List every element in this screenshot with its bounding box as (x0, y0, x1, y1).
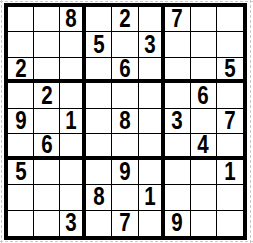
cell-r5c3[interactable]: 1 (60, 109, 86, 134)
cell-r3c1[interactable]: 2 (8, 58, 34, 83)
cell-r9c1[interactable] (8, 211, 34, 236)
cell-r1c4[interactable] (86, 7, 112, 32)
cell-r4c6[interactable] (139, 83, 165, 108)
cell-r3c5[interactable]: 6 (112, 58, 138, 83)
sudoku-board: 8275326526918376459181379 (4, 3, 247, 240)
cell-r6c6[interactable] (139, 134, 165, 159)
cell-r1c7[interactable]: 7 (165, 7, 191, 32)
cell-r6c2[interactable]: 6 (34, 134, 60, 159)
cell-r1c1[interactable] (8, 7, 34, 32)
cell-r3c6[interactable] (139, 58, 165, 83)
cell-r9c9[interactable] (217, 211, 243, 236)
cell-r2c2[interactable] (34, 32, 60, 57)
spreadsheet-gridline-left (1, 0, 2, 243)
cell-r4c1[interactable] (8, 83, 34, 108)
cell-r2c1[interactable] (8, 32, 34, 57)
cell-r6c3[interactable] (60, 134, 86, 159)
cell-r2c9[interactable] (217, 32, 243, 57)
cell-r1c9[interactable] (217, 7, 243, 32)
cell-r4c3[interactable] (60, 83, 86, 108)
cell-r7c7[interactable] (165, 160, 191, 185)
given-digit: 6 (41, 134, 52, 158)
cell-r1c8[interactable] (191, 7, 217, 32)
cell-r9c6[interactable] (139, 211, 165, 236)
cell-r4c8[interactable]: 6 (191, 83, 217, 108)
cell-r5c1[interactable]: 9 (8, 109, 34, 134)
cell-r6c4[interactable] (86, 134, 112, 159)
given-digit: 5 (15, 160, 26, 185)
given-digit: 6 (198, 83, 209, 108)
cell-r9c4[interactable] (86, 211, 112, 236)
cell-r1c6[interactable] (139, 7, 165, 32)
cell-r6c7[interactable] (165, 134, 191, 159)
cell-r1c5[interactable]: 2 (112, 7, 138, 32)
given-digit: 7 (172, 7, 183, 32)
cell-r8c9[interactable] (217, 185, 243, 210)
cell-r7c5[interactable]: 9 (112, 160, 138, 185)
given-digit: 2 (41, 83, 52, 108)
given-digit: 8 (93, 185, 104, 210)
given-digit: 2 (15, 58, 26, 82)
cell-r3c3[interactable] (60, 58, 86, 83)
cell-r7c6[interactable] (139, 160, 165, 185)
cell-r3c2[interactable] (34, 58, 60, 83)
given-digit: 9 (119, 160, 130, 185)
cell-r8c4[interactable]: 8 (86, 185, 112, 210)
cell-r5c2[interactable] (34, 109, 60, 134)
cell-r8c8[interactable] (191, 185, 217, 210)
cell-r8c5[interactable] (112, 185, 138, 210)
given-digit: 3 (172, 109, 183, 134)
spreadsheet-gridline-right (250, 0, 251, 243)
cell-r5c8[interactable] (191, 109, 217, 134)
cell-r5c7[interactable]: 3 (165, 109, 191, 134)
cell-r7c3[interactable] (60, 160, 86, 185)
cell-r7c1[interactable]: 5 (8, 160, 34, 185)
spreadsheet-gridline-top (0, 1, 253, 2)
cell-r3c4[interactable] (86, 58, 112, 83)
cell-r5c5[interactable]: 8 (112, 109, 138, 134)
cell-r7c9[interactable]: 1 (217, 160, 243, 185)
cell-r4c2[interactable]: 2 (34, 83, 60, 108)
cell-r3c9[interactable]: 5 (217, 58, 243, 83)
given-digit: 4 (198, 134, 209, 158)
cell-r2c3[interactable] (60, 32, 86, 57)
cell-r5c6[interactable] (139, 109, 165, 134)
given-digit: 9 (172, 211, 183, 236)
spreadsheet-background: 8275326526918376459181379 (0, 0, 253, 243)
given-digit: 8 (119, 109, 130, 134)
given-digit: 6 (119, 58, 130, 82)
given-digit: 3 (66, 211, 77, 236)
given-digit: 1 (144, 185, 155, 210)
given-digit: 5 (224, 58, 235, 82)
cell-r8c7[interactable] (165, 185, 191, 210)
cell-r1c3[interactable]: 8 (60, 7, 86, 32)
cell-r8c2[interactable] (34, 185, 60, 210)
given-digit: 3 (144, 32, 155, 57)
cell-r2c4[interactable]: 5 (86, 32, 112, 57)
cell-r5c4[interactable] (86, 109, 112, 134)
cell-r3c7[interactable] (165, 58, 191, 83)
given-digit: 8 (66, 7, 77, 32)
cell-r4c4[interactable] (86, 83, 112, 108)
cell-r7c2[interactable] (34, 160, 60, 185)
given-digit: 5 (93, 32, 104, 57)
cell-r9c2[interactable] (34, 211, 60, 236)
cell-r8c1[interactable] (8, 185, 34, 210)
cell-r1c2[interactable] (34, 7, 60, 32)
cell-r6c9[interactable] (217, 134, 243, 159)
cell-r4c7[interactable] (165, 83, 191, 108)
cell-r6c5[interactable] (112, 134, 138, 159)
cell-r8c6[interactable]: 1 (139, 185, 165, 210)
cell-r4c5[interactable] (112, 83, 138, 108)
cell-r9c7[interactable]: 9 (165, 211, 191, 236)
spreadsheet-gridline-bottom (0, 241, 253, 242)
given-digit: 7 (119, 211, 130, 236)
cell-r5c9[interactable]: 7 (217, 109, 243, 134)
given-digit: 1 (224, 160, 235, 185)
given-digit: 1 (66, 109, 77, 134)
given-digit: 2 (119, 7, 130, 32)
given-digit: 7 (224, 109, 235, 134)
cell-r6c1[interactable] (8, 134, 34, 159)
cell-r2c7[interactable] (165, 32, 191, 57)
cell-r2c8[interactable] (191, 32, 217, 57)
cell-r7c8[interactable] (191, 160, 217, 185)
cell-r9c5[interactable]: 7 (112, 211, 138, 236)
cell-r4c9[interactable] (217, 83, 243, 108)
cell-r7c4[interactable] (86, 160, 112, 185)
cell-r8c3[interactable] (60, 185, 86, 210)
cell-r9c8[interactable] (191, 211, 217, 236)
cell-r6c8[interactable]: 4 (191, 134, 217, 159)
cell-r2c5[interactable] (112, 32, 138, 57)
cell-r9c3[interactable]: 3 (60, 211, 86, 236)
cell-r3c8[interactable] (191, 58, 217, 83)
given-digit: 9 (15, 109, 26, 134)
cell-r2c6[interactable]: 3 (139, 32, 165, 57)
